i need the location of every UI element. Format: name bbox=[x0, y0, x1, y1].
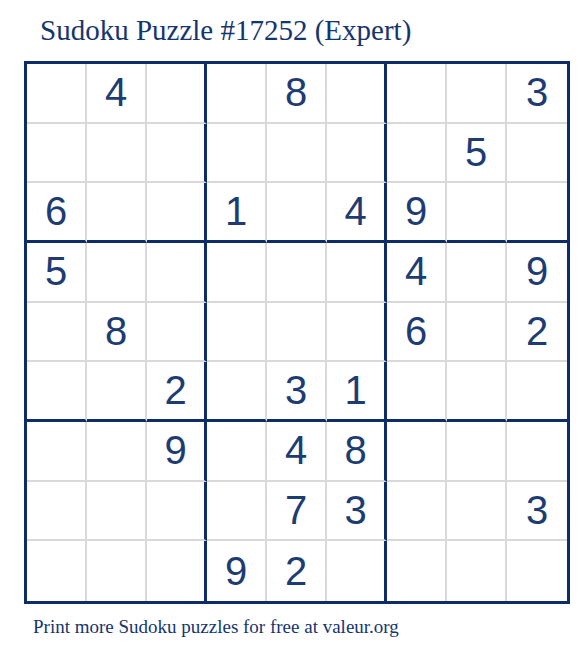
given-cell-r8c9: 3 bbox=[507, 482, 567, 542]
empty-cell-r1c7 bbox=[387, 64, 447, 124]
empty-cell-r2c2 bbox=[87, 124, 147, 184]
given-cell-r3c6: 4 bbox=[327, 183, 387, 243]
given-cell-r4c1: 5 bbox=[27, 243, 87, 303]
empty-cell-r8c4 bbox=[207, 482, 267, 542]
given-cell-r3c7: 9 bbox=[387, 183, 447, 243]
footer-text: Print more Sudoku puzzles for free at va… bbox=[33, 615, 399, 639]
empty-cell-r4c6 bbox=[327, 243, 387, 303]
empty-cell-r4c2 bbox=[87, 243, 147, 303]
empty-cell-r4c3 bbox=[147, 243, 207, 303]
empty-cell-r7c1 bbox=[27, 422, 87, 482]
empty-cell-r6c2 bbox=[87, 362, 147, 422]
empty-cell-r7c4 bbox=[207, 422, 267, 482]
empty-cell-r1c3 bbox=[147, 64, 207, 124]
empty-cell-r2c1 bbox=[27, 124, 87, 184]
given-cell-r5c9: 2 bbox=[507, 303, 567, 363]
empty-cell-r9c8 bbox=[447, 541, 507, 601]
given-cell-r1c2: 4 bbox=[87, 64, 147, 124]
empty-cell-r7c2 bbox=[87, 422, 147, 482]
given-cell-r6c5: 3 bbox=[267, 362, 327, 422]
given-cell-r5c7: 6 bbox=[387, 303, 447, 363]
given-cell-r1c5: 8 bbox=[267, 64, 327, 124]
given-cell-r7c5: 4 bbox=[267, 422, 327, 482]
empty-cell-r1c1 bbox=[27, 64, 87, 124]
empty-cell-r4c5 bbox=[267, 243, 327, 303]
empty-cell-r3c8 bbox=[447, 183, 507, 243]
empty-cell-r9c2 bbox=[87, 541, 147, 601]
given-cell-r6c3: 2 bbox=[147, 362, 207, 422]
given-cell-r9c4: 9 bbox=[207, 541, 267, 601]
empty-cell-r9c3 bbox=[147, 541, 207, 601]
empty-cell-r4c4 bbox=[207, 243, 267, 303]
empty-cell-r6c4 bbox=[207, 362, 267, 422]
empty-cell-r3c2 bbox=[87, 183, 147, 243]
empty-cell-r6c1 bbox=[27, 362, 87, 422]
empty-cell-r2c7 bbox=[387, 124, 447, 184]
page-title: Sudoku Puzzle #17252 (Expert) bbox=[40, 13, 411, 47]
given-cell-r8c6: 3 bbox=[327, 482, 387, 542]
empty-cell-r9c6 bbox=[327, 541, 387, 601]
empty-cell-r8c1 bbox=[27, 482, 87, 542]
empty-cell-r6c9 bbox=[507, 362, 567, 422]
empty-cell-r6c8 bbox=[447, 362, 507, 422]
given-cell-r7c3: 9 bbox=[147, 422, 207, 482]
given-cell-r1c9: 3 bbox=[507, 64, 567, 124]
given-cell-r7c6: 8 bbox=[327, 422, 387, 482]
empty-cell-r5c3 bbox=[147, 303, 207, 363]
empty-cell-r5c6 bbox=[327, 303, 387, 363]
empty-cell-r4c8 bbox=[447, 243, 507, 303]
empty-cell-r3c9 bbox=[507, 183, 567, 243]
empty-cell-r5c1 bbox=[27, 303, 87, 363]
given-cell-r9c5: 2 bbox=[267, 541, 327, 601]
empty-cell-r3c3 bbox=[147, 183, 207, 243]
given-cell-r5c2: 8 bbox=[87, 303, 147, 363]
empty-cell-r8c2 bbox=[87, 482, 147, 542]
empty-cell-r7c8 bbox=[447, 422, 507, 482]
empty-cell-r2c6 bbox=[327, 124, 387, 184]
empty-cell-r2c5 bbox=[267, 124, 327, 184]
empty-cell-r9c1 bbox=[27, 541, 87, 601]
empty-cell-r2c3 bbox=[147, 124, 207, 184]
given-cell-r3c1: 6 bbox=[27, 183, 87, 243]
empty-cell-r7c9 bbox=[507, 422, 567, 482]
empty-cell-r7c7 bbox=[387, 422, 447, 482]
empty-cell-r3c5 bbox=[267, 183, 327, 243]
empty-cell-r5c4 bbox=[207, 303, 267, 363]
empty-cell-r2c4 bbox=[207, 124, 267, 184]
empty-cell-r2c9 bbox=[507, 124, 567, 184]
given-cell-r9c9 bbox=[507, 541, 567, 601]
empty-cell-r9c7 bbox=[387, 541, 447, 601]
empty-cell-r6c7 bbox=[387, 362, 447, 422]
given-cell-r3c4: 1 bbox=[207, 183, 267, 243]
given-cell-r6c6: 1 bbox=[327, 362, 387, 422]
given-cell-r2c8: 5 bbox=[447, 124, 507, 184]
empty-cell-r5c5 bbox=[267, 303, 327, 363]
empty-cell-r1c8 bbox=[447, 64, 507, 124]
empty-cell-r8c3 bbox=[147, 482, 207, 542]
given-cell-r4c7: 4 bbox=[387, 243, 447, 303]
given-cell-r8c5: 7 bbox=[267, 482, 327, 542]
empty-cell-r8c7 bbox=[387, 482, 447, 542]
empty-cell-r1c6 bbox=[327, 64, 387, 124]
empty-cell-r1c4 bbox=[207, 64, 267, 124]
sudoku-board: 4835614954986223194873392 bbox=[24, 61, 570, 604]
empty-cell-r8c8 bbox=[447, 482, 507, 542]
given-cell-r4c9: 9 bbox=[507, 243, 567, 303]
empty-cell-r5c8 bbox=[447, 303, 507, 363]
